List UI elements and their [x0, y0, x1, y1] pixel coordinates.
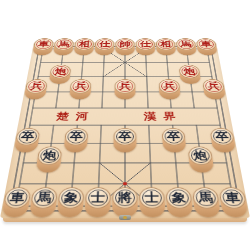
- piece-red-chariot[interactable]: 車: [32, 43, 53, 55]
- piece-black-horse[interactable]: 馬: [29, 196, 57, 218]
- board-clasp-icon: [119, 215, 131, 220]
- piece-face-glyph: 士: [139, 187, 165, 208]
- piece-face-glyph: 相: [156, 38, 176, 50]
- piece-red-cannon[interactable]: 炮: [179, 70, 201, 84]
- piece-red-elephant[interactable]: 相: [74, 43, 94, 55]
- xiangqi-photo: 楚河 漢界 車馬相仕帥仕相馬車炮炮兵兵兵兵兵卒卒卒卒卒炮炮車馬象士將士象馬車: [0, 0, 250, 250]
- piece-black-soldier[interactable]: 卒: [211, 135, 237, 153]
- piece-red-cannon[interactable]: 炮: [49, 70, 71, 84]
- piece-face-glyph: 將: [112, 187, 138, 208]
- piece-face-glyph: 兵: [115, 79, 136, 93]
- piece-face-glyph: 仕: [136, 38, 155, 50]
- piece-black-chariot[interactable]: 車: [220, 196, 249, 218]
- river-text-right: 漢界: [132, 108, 196, 125]
- piece-red-soldier[interactable]: 兵: [114, 85, 135, 100]
- palace-center-dot: [123, 182, 127, 185]
- piece-red-soldier[interactable]: 兵: [159, 85, 181, 100]
- piece-black-chariot[interactable]: 車: [1, 196, 30, 218]
- piece-black-soldier[interactable]: 卒: [162, 135, 186, 153]
- piece-black-soldier[interactable]: 卒: [63, 135, 87, 153]
- piece-face-glyph: 卒: [162, 128, 186, 145]
- piece-red-elephant[interactable]: 相: [156, 43, 176, 55]
- piece-black-soldier[interactable]: 卒: [14, 135, 40, 153]
- piece-black-elephant[interactable]: 象: [166, 196, 193, 218]
- xiangqi-board: 楚河 漢界 車馬相仕帥仕相馬車炮炮兵兵兵兵兵卒卒卒卒卒炮炮車馬象士將士象馬車: [0, 42, 250, 218]
- piece-black-horse[interactable]: 馬: [193, 196, 221, 218]
- piece-red-chariot[interactable]: 車: [197, 43, 218, 55]
- piece-red-advisor[interactable]: 仕: [95, 43, 115, 55]
- piece-red-soldier[interactable]: 兵: [69, 85, 91, 100]
- piece-red-horse[interactable]: 馬: [176, 43, 197, 55]
- river-text-left: 楚河: [43, 108, 107, 125]
- piece-red-soldier[interactable]: 兵: [203, 85, 226, 100]
- piece-red-advisor[interactable]: 仕: [136, 43, 156, 55]
- piece-black-advisor[interactable]: 士: [139, 196, 165, 218]
- piece-face-glyph: 兵: [158, 79, 180, 93]
- piece-red-horse[interactable]: 馬: [53, 43, 74, 55]
- piece-red-general[interactable]: 帥: [115, 43, 134, 55]
- piece-black-elephant[interactable]: 象: [57, 196, 84, 218]
- piece-black-cannon[interactable]: 炮: [35, 154, 61, 173]
- piece-black-cannon[interactable]: 炮: [188, 154, 214, 173]
- piece-face-glyph: 卒: [113, 128, 136, 145]
- piece-face-glyph: 炮: [179, 65, 201, 78]
- piece-black-advisor[interactable]: 士: [84, 196, 110, 218]
- piece-face-glyph: 馬: [176, 38, 197, 50]
- piece-face-glyph: 帥: [115, 38, 134, 50]
- piece-black-soldier[interactable]: 卒: [113, 135, 136, 153]
- piece-black-general[interactable]: 將: [112, 196, 138, 218]
- piece-red-soldier[interactable]: 兵: [24, 85, 47, 100]
